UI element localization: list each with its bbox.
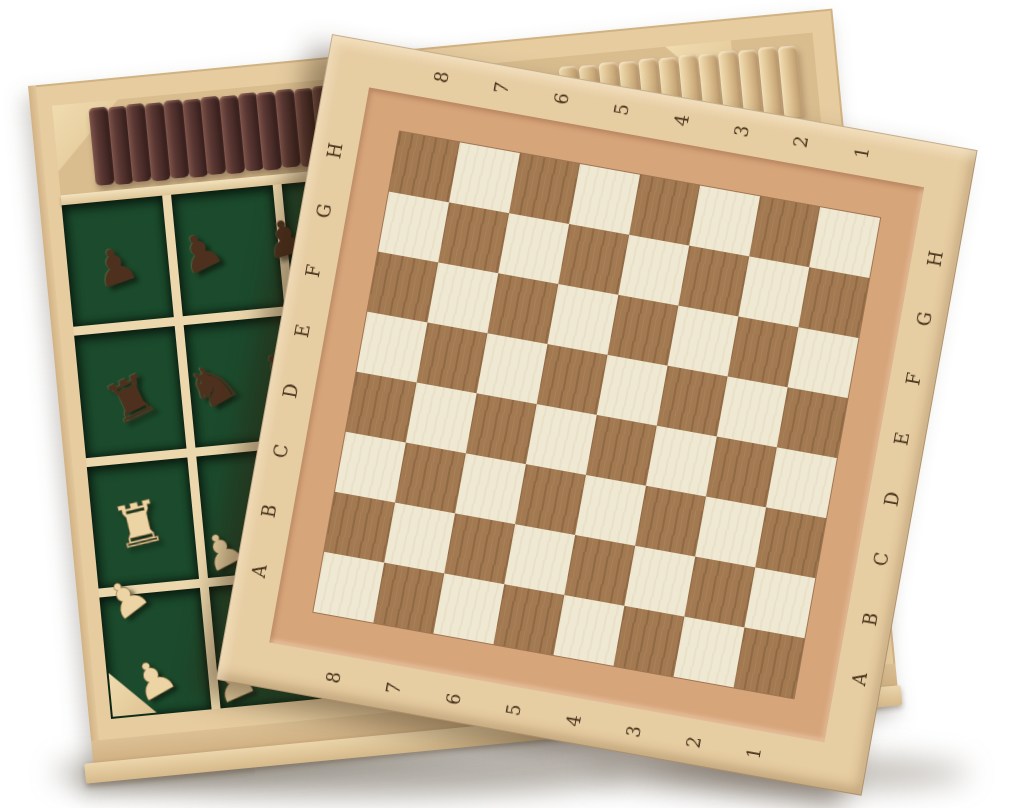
- board-square: [597, 355, 668, 426]
- board-square: [738, 256, 809, 327]
- board-square: [564, 535, 635, 606]
- board-square: [798, 267, 869, 338]
- board-square: [313, 552, 384, 623]
- board-square: [498, 213, 569, 284]
- board-square: [575, 475, 646, 546]
- board-square: [438, 202, 509, 273]
- board-square: [324, 492, 395, 563]
- board-square: [586, 415, 657, 486]
- board-square: [618, 235, 689, 306]
- board-square: [755, 507, 826, 578]
- board-square: [554, 595, 625, 666]
- board-square: [455, 453, 526, 524]
- board-square: [569, 164, 640, 235]
- felt-compartment: [172, 185, 285, 316]
- product-photo-scene: ♟♟♟♜♞♟♜♟♟♟♟ 87654321 87654321 HGFEDCBA H…: [0, 0, 1020, 808]
- felt-compartment: [74, 326, 187, 457]
- board-square: [537, 344, 608, 415]
- board-square: [357, 312, 428, 383]
- board-square: [389, 132, 460, 203]
- board-square: [678, 246, 749, 317]
- board-square: [449, 142, 520, 213]
- board-square: [608, 295, 679, 366]
- board-square: [487, 273, 558, 344]
- board-square: [614, 606, 685, 677]
- board-square: [515, 464, 586, 535]
- board-square: [367, 252, 438, 323]
- board-square: [477, 333, 548, 404]
- board-square: [406, 382, 477, 453]
- board-square: [504, 524, 575, 595]
- board-square: [547, 284, 618, 355]
- board-square: [493, 584, 564, 655]
- board-square: [395, 443, 466, 514]
- board-square: [706, 437, 777, 508]
- board-square: [674, 617, 745, 688]
- board-square: [373, 563, 444, 634]
- board-square: [749, 196, 820, 267]
- board-square: [384, 503, 455, 574]
- board-square: [689, 186, 760, 257]
- board-square: [346, 372, 417, 443]
- board-square: [558, 224, 629, 295]
- board-square: [335, 432, 406, 503]
- board-square: [695, 497, 766, 568]
- board-square: [417, 322, 488, 393]
- board-squares: [313, 132, 880, 699]
- board-square: [728, 316, 799, 387]
- board-square: [788, 327, 859, 398]
- board-square: [717, 376, 788, 447]
- board-square: [734, 627, 805, 698]
- board-square: [657, 366, 728, 437]
- board-square: [444, 513, 515, 584]
- board-square: [744, 567, 815, 638]
- board-square: [809, 207, 880, 278]
- board-square: [624, 546, 695, 617]
- board-square: [509, 153, 580, 224]
- board-square: [629, 175, 700, 246]
- felt-compartment: [87, 457, 200, 588]
- board-square: [433, 573, 504, 644]
- board-square: [646, 426, 717, 497]
- board-square: [668, 306, 739, 377]
- board-square: [684, 557, 755, 628]
- board-square: [466, 393, 537, 464]
- felt-compartment: [62, 196, 175, 327]
- board-square: [378, 192, 449, 263]
- chess-board: 87654321 87654321 HGFEDCBA HGFEDCBA: [216, 34, 978, 796]
- board-square: [427, 262, 498, 333]
- board-square: [635, 486, 706, 557]
- board-square: [777, 387, 848, 458]
- board-square: [526, 404, 597, 475]
- board-square: [766, 447, 837, 518]
